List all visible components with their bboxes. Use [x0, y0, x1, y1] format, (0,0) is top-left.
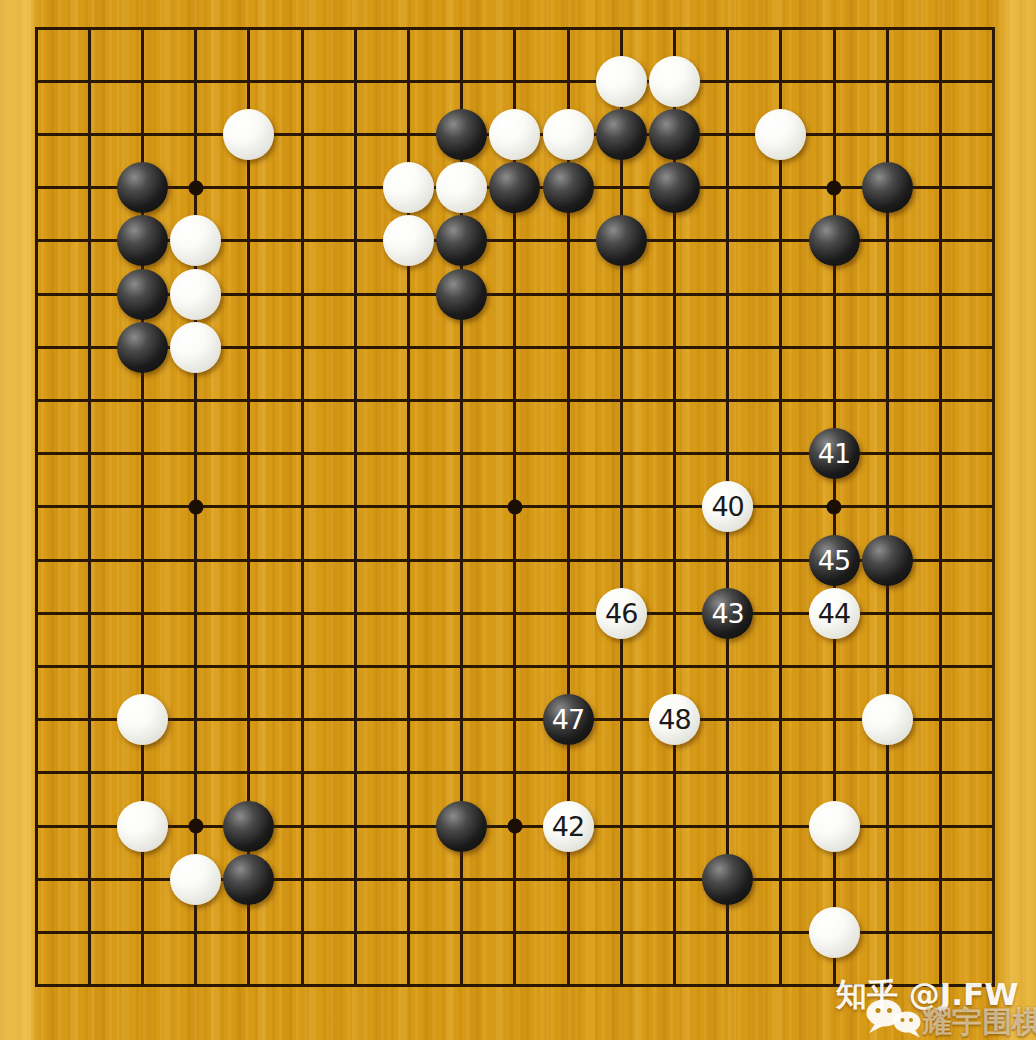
black-stone[interactable]	[596, 215, 647, 266]
move-number-label: 43	[711, 600, 743, 627]
white-stone[interactable]	[809, 907, 860, 958]
move-number-label: 46	[605, 600, 637, 627]
move-number-label: 41	[818, 440, 850, 467]
grid-line-vertical	[620, 27, 623, 988]
white-stone[interactable]	[755, 109, 806, 160]
white-stone[interactable]	[649, 56, 700, 107]
black-stone[interactable]	[862, 162, 913, 213]
black-stone[interactable]	[223, 854, 274, 905]
star-point	[188, 180, 203, 195]
black-stone[interactable]: 47	[543, 694, 594, 745]
white-stone[interactable]	[117, 801, 168, 852]
white-stone[interactable]	[383, 162, 434, 213]
black-stone[interactable]	[543, 162, 594, 213]
star-point	[827, 499, 842, 514]
white-stone[interactable]	[862, 694, 913, 745]
black-stone[interactable]	[117, 322, 168, 373]
black-stone[interactable]	[223, 801, 274, 852]
white-stone[interactable]	[170, 269, 221, 320]
white-stone[interactable]	[170, 322, 221, 373]
black-stone[interactable]	[809, 215, 860, 266]
star-point	[507, 499, 522, 514]
black-stone[interactable]	[436, 109, 487, 160]
star-point	[507, 819, 522, 834]
grid-line-vertical	[992, 27, 995, 988]
black-stone[interactable]: 45	[809, 535, 860, 586]
white-stone[interactable]: 44	[809, 588, 860, 639]
white-stone[interactable]	[170, 215, 221, 266]
grid-line-vertical	[779, 27, 782, 988]
star-point	[827, 180, 842, 195]
white-stone[interactable]	[543, 109, 594, 160]
star-point	[188, 499, 203, 514]
white-stone[interactable]	[383, 215, 434, 266]
white-stone[interactable]: 42	[543, 801, 594, 852]
move-number-label: 48	[658, 706, 690, 733]
white-stone[interactable]	[489, 109, 540, 160]
black-stone[interactable]	[117, 269, 168, 320]
move-number-label: 40	[711, 493, 743, 520]
wechat-icon	[864, 998, 924, 1038]
black-stone[interactable]	[702, 854, 753, 905]
watermark-brand: 耀宇围棋	[922, 1002, 1036, 1040]
grid-line-horizontal	[35, 771, 996, 774]
black-stone[interactable]	[596, 109, 647, 160]
black-stone[interactable]	[489, 162, 540, 213]
black-stone[interactable]	[117, 215, 168, 266]
black-stone[interactable]: 43	[702, 588, 753, 639]
go-board[interactable]: 知乎 @J.FW 耀宇围棋 414045464344474842	[0, 0, 1036, 1040]
move-number-label: 44	[818, 600, 850, 627]
grid-line-vertical	[939, 27, 942, 988]
white-stone[interactable]	[596, 56, 647, 107]
white-stone[interactable]	[223, 109, 274, 160]
move-number-label: 45	[818, 547, 850, 574]
black-stone[interactable]: 41	[809, 428, 860, 479]
white-stone[interactable]: 46	[596, 588, 647, 639]
black-stone[interactable]	[117, 162, 168, 213]
white-stone[interactable]	[170, 854, 221, 905]
black-stone[interactable]	[649, 109, 700, 160]
white-stone[interactable]	[809, 801, 860, 852]
grid-line-horizontal	[35, 718, 996, 721]
black-stone[interactable]	[436, 215, 487, 266]
white-stone[interactable]: 40	[702, 481, 753, 532]
black-stone[interactable]	[862, 535, 913, 586]
white-stone[interactable]	[117, 694, 168, 745]
black-stone[interactable]	[649, 162, 700, 213]
black-stone[interactable]	[436, 269, 487, 320]
white-stone[interactable]	[436, 162, 487, 213]
grid-line-horizontal	[35, 665, 996, 668]
black-stone[interactable]	[436, 801, 487, 852]
star-point	[188, 819, 203, 834]
move-number-label: 47	[552, 706, 584, 733]
move-number-label: 42	[552, 813, 584, 840]
white-stone[interactable]: 48	[649, 694, 700, 745]
